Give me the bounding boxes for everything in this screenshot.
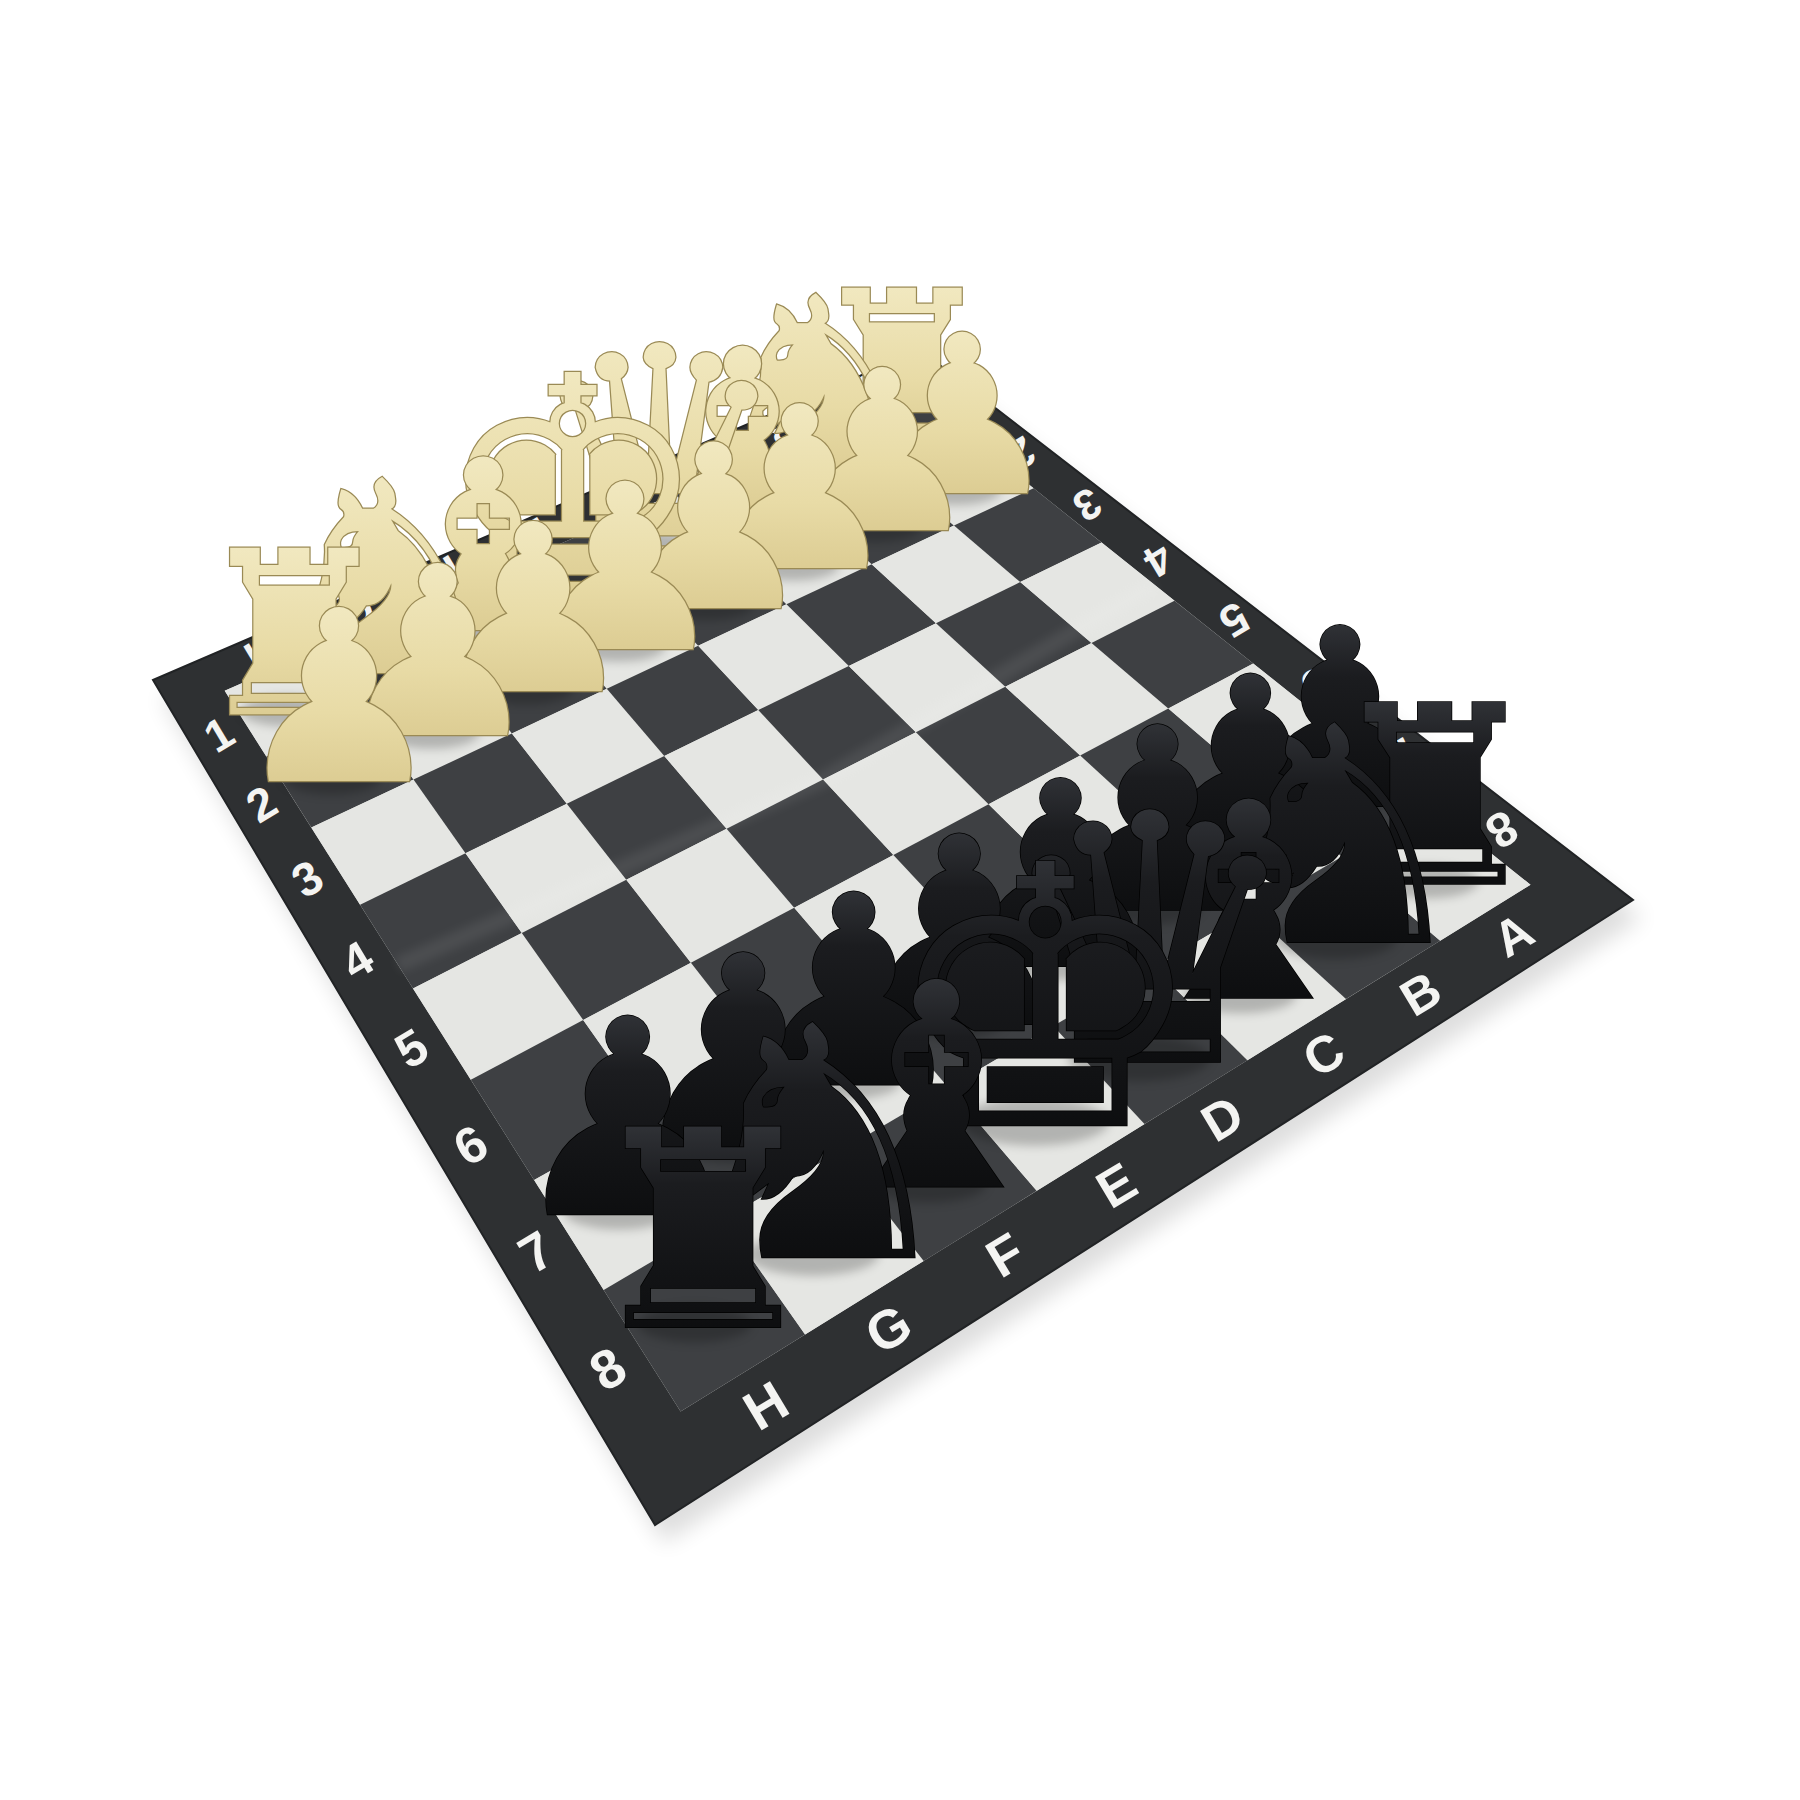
piece-white-pawn-h2: ♟ <box>232 560 446 837</box>
chess-set-photo: 1122334455667788AABBCCDDEEFFGGHH ♜♞♟♝♟♛♟… <box>0 0 1800 1800</box>
product-photo-canvas: 1122334455667788AABBCCDDEEFFGGHH ♜♞♟♝♟♛♟… <box>0 0 1800 1800</box>
piece-black-rook-h8: ♜ <box>580 1072 826 1392</box>
pieces: ♜♞♟♝♟♛♟♚♟♝♟♞♟♜♟♟♟♟♜♟♞♟♝♟♛♟♚♟♝♟♞♜ <box>192 243 1547 1392</box>
